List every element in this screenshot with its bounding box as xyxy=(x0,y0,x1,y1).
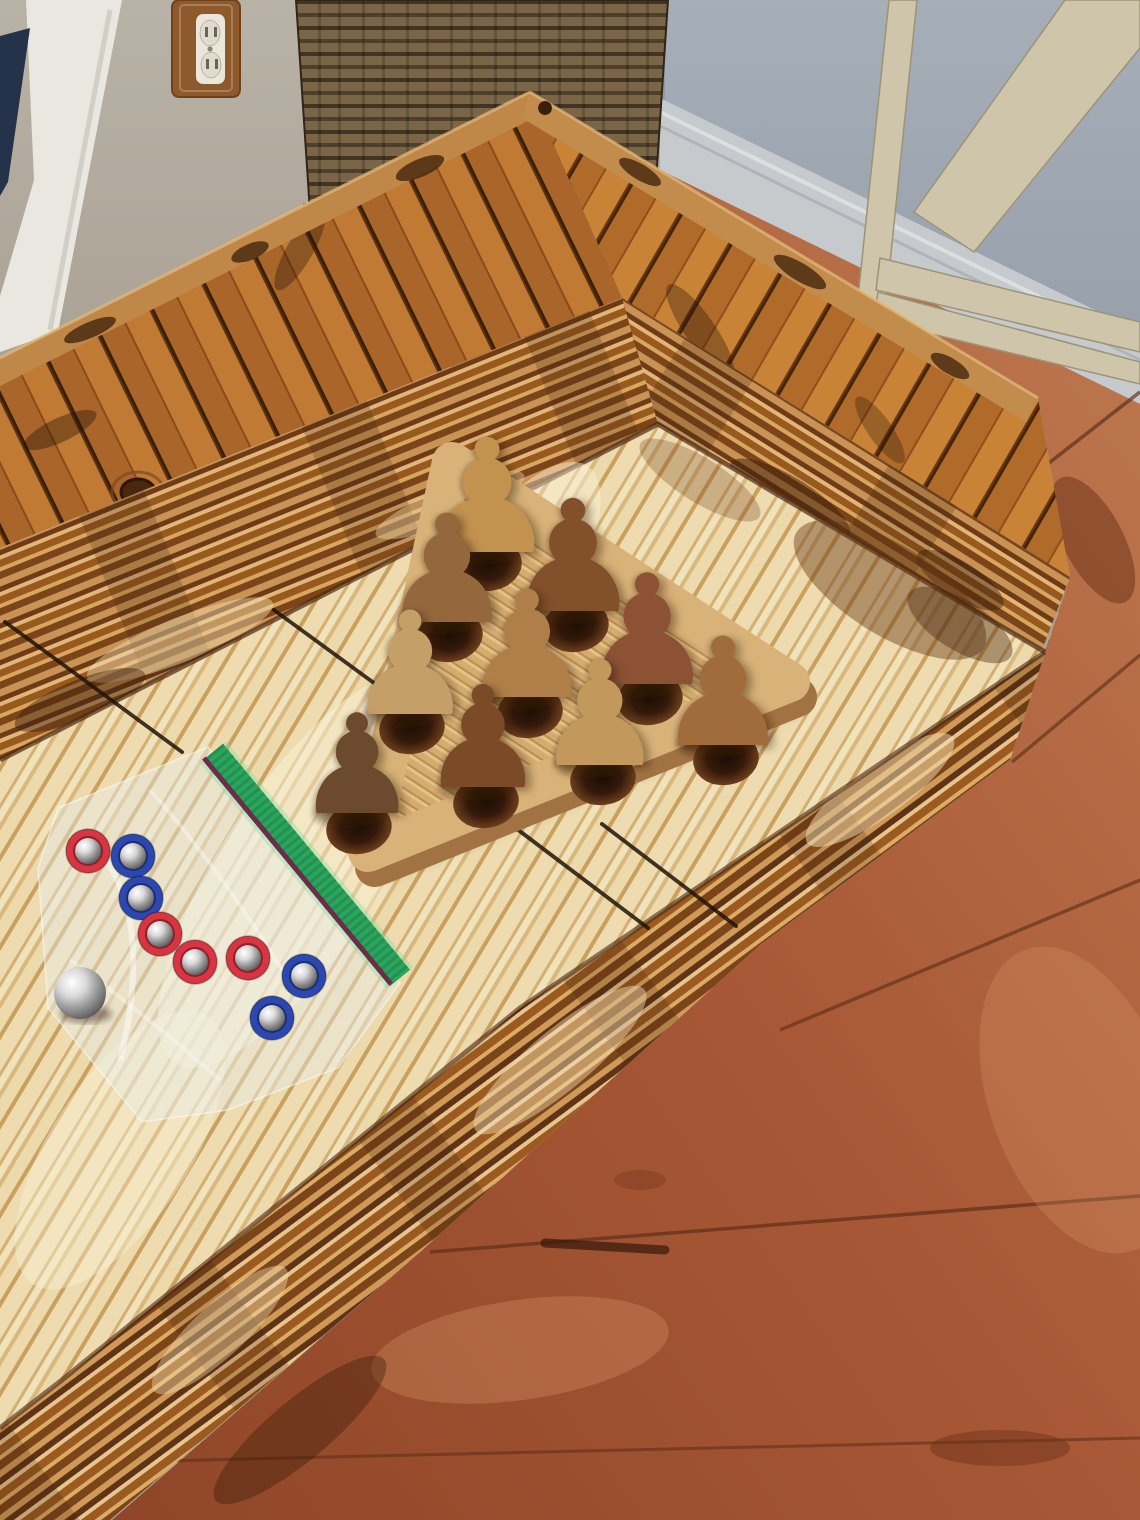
scene: ♟♟♟♟♟♟♟♟♟♟ xyxy=(0,0,1140,1520)
puck-red-5[interactable] xyxy=(173,940,217,984)
pin-shadow-3b xyxy=(481,685,557,711)
pin-shadow-3c xyxy=(555,752,629,778)
pin-shadow-2b xyxy=(439,775,511,801)
steel-ball[interactable] xyxy=(54,967,106,1019)
puck-blue-2[interactable] xyxy=(111,834,155,878)
pin-shadow-4c xyxy=(600,672,678,698)
puck-blue-8[interactable] xyxy=(250,996,294,1040)
pin-shadow-1a xyxy=(314,802,384,828)
power-outlet xyxy=(172,0,240,97)
puck-red-4[interactable] xyxy=(138,912,182,956)
puck-red-1[interactable] xyxy=(66,829,110,873)
pin-shadow-2a xyxy=(366,702,438,728)
pin-shadow-3a xyxy=(401,609,477,635)
pin-shadow-4b xyxy=(526,599,604,625)
puck-red-6[interactable] xyxy=(226,936,270,980)
pin-shadow-4d xyxy=(677,732,753,758)
puck-blue-7[interactable] xyxy=(282,954,326,998)
pin-shadow-4a xyxy=(439,539,519,565)
background-scene xyxy=(0,0,1140,1520)
